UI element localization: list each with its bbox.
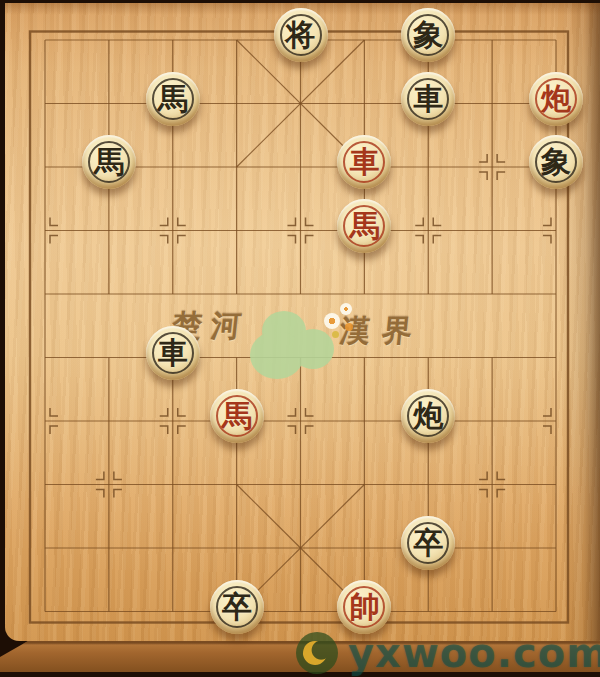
red-chariot-piece[interactable]: 車 <box>337 135 391 189</box>
red-cannon-piece[interactable]: 炮 <box>529 72 583 126</box>
red-general-piece[interactable]: 帥 <box>337 580 391 634</box>
black-elephant-piece[interactable]: 象 <box>529 135 583 189</box>
piece-glyph: 帥 <box>349 592 379 622</box>
black-horse-piece[interactable]: 馬 <box>146 72 200 126</box>
river-mascot-decoration <box>248 303 363 381</box>
black-general-piece[interactable]: 将 <box>274 8 328 62</box>
black-horse-piece[interactable]: 馬 <box>82 135 136 189</box>
piece-glyph: 馬 <box>158 84 188 114</box>
watermark-text: yxwoo.com <box>348 630 600 676</box>
flower-dot-icon <box>332 331 339 338</box>
watermark-logo-icon <box>296 632 338 674</box>
piece-glyph: 馬 <box>349 211 379 241</box>
piece-glyph: 車 <box>413 84 443 114</box>
piece-glyph: 象 <box>541 147 571 177</box>
site-watermark: yxwoo.com <box>296 629 600 677</box>
piece-glyph: 馬 <box>94 147 124 177</box>
piece-glyph: 卒 <box>222 592 252 622</box>
piece-glyph: 卒 <box>413 528 443 558</box>
red-horse-piece[interactable]: 馬 <box>337 199 391 253</box>
black-soldier-piece[interactable]: 卒 <box>401 516 455 570</box>
black-soldier-piece[interactable]: 卒 <box>210 580 264 634</box>
black-cannon-piece[interactable]: 炮 <box>401 389 455 443</box>
piece-glyph: 車 <box>349 147 379 177</box>
red-horse-piece[interactable]: 馬 <box>210 389 264 443</box>
black-elephant-piece[interactable]: 象 <box>401 8 455 62</box>
piece-glyph: 象 <box>413 20 443 50</box>
piece-glyph: 将 <box>286 20 316 50</box>
flower-icon <box>340 303 352 315</box>
piece-glyph: 炮 <box>541 84 571 114</box>
flower-icon <box>324 313 340 329</box>
black-chariot-piece[interactable]: 車 <box>401 72 455 126</box>
piece-glyph: 車 <box>158 338 188 368</box>
xiangqi-game-screen: 楚河 漢界 将象馬車炮馬車象馬車馬炮卒卒帥 yxwoo.com <box>0 0 600 677</box>
black-chariot-piece[interactable]: 車 <box>146 326 200 380</box>
mascot-blob <box>292 329 334 369</box>
piece-glyph: 馬 <box>222 401 252 431</box>
flower-dot-icon <box>345 323 353 331</box>
piece-glyph: 炮 <box>413 401 443 431</box>
